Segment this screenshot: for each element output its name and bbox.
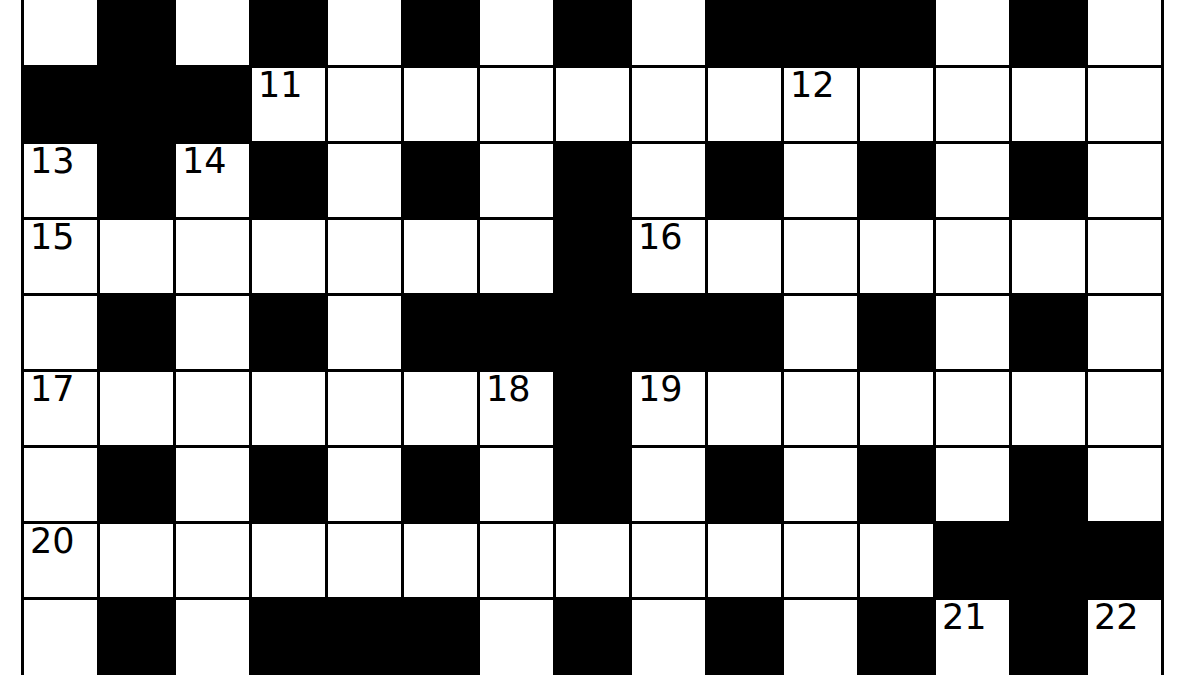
open-cell[interactable]: 22 xyxy=(1088,600,1161,675)
clue-number: 15 xyxy=(30,220,75,255)
open-cell[interactable]: 19 xyxy=(632,372,705,445)
block-cell xyxy=(404,600,477,675)
block-cell xyxy=(1012,0,1085,65)
block-cell xyxy=(708,448,781,521)
block-cell xyxy=(860,0,933,65)
open-cell[interactable] xyxy=(328,220,401,293)
open-cell[interactable] xyxy=(936,0,1009,65)
open-cell[interactable] xyxy=(784,296,857,369)
open-cell[interactable] xyxy=(632,448,705,521)
block-cell xyxy=(556,448,629,521)
clue-number: 14 xyxy=(182,144,227,179)
open-cell[interactable] xyxy=(328,68,401,141)
block-cell xyxy=(936,524,1009,597)
open-cell[interactable] xyxy=(1012,220,1085,293)
clue-number: 16 xyxy=(638,220,683,255)
open-cell[interactable] xyxy=(936,68,1009,141)
open-cell[interactable]: 21 xyxy=(936,600,1009,675)
open-cell[interactable]: 20 xyxy=(24,524,97,597)
open-cell[interactable] xyxy=(24,448,97,521)
clue-number: 22 xyxy=(1094,600,1139,635)
open-cell[interactable] xyxy=(176,448,249,521)
open-cell[interactable] xyxy=(480,144,553,217)
open-cell[interactable] xyxy=(404,220,477,293)
block-cell xyxy=(556,296,629,369)
block-cell xyxy=(252,600,325,675)
open-cell[interactable]: 13 xyxy=(24,144,97,217)
open-cell[interactable]: 18 xyxy=(480,372,553,445)
open-cell[interactable] xyxy=(176,524,249,597)
crossword-grid: 111213141516171819202122 xyxy=(21,0,1164,675)
open-cell[interactable] xyxy=(252,220,325,293)
open-cell[interactable]: 17 xyxy=(24,372,97,445)
open-cell[interactable] xyxy=(480,524,553,597)
clue-number: 20 xyxy=(30,524,75,559)
open-cell[interactable] xyxy=(860,68,933,141)
block-cell xyxy=(1012,600,1085,675)
open-cell[interactable] xyxy=(480,220,553,293)
block-cell xyxy=(100,0,173,65)
block-cell xyxy=(632,296,705,369)
block-cell xyxy=(1012,524,1085,597)
open-cell[interactable] xyxy=(632,68,705,141)
open-cell[interactable] xyxy=(632,600,705,675)
block-cell xyxy=(860,600,933,675)
clue-number: 19 xyxy=(638,372,683,407)
clue-number: 18 xyxy=(486,372,531,407)
block-cell xyxy=(404,0,477,65)
open-cell[interactable] xyxy=(936,372,1009,445)
clue-number: 17 xyxy=(30,372,75,407)
open-cell[interactable]: 14 xyxy=(176,144,249,217)
open-cell[interactable] xyxy=(860,524,933,597)
block-cell xyxy=(404,448,477,521)
open-cell[interactable] xyxy=(784,600,857,675)
open-cell[interactable] xyxy=(404,372,477,445)
open-cell[interactable] xyxy=(1088,448,1161,521)
open-cell[interactable] xyxy=(328,0,401,65)
open-cell[interactable] xyxy=(632,0,705,65)
block-cell xyxy=(860,448,933,521)
block-cell xyxy=(404,296,477,369)
open-cell[interactable]: 15 xyxy=(24,220,97,293)
open-cell[interactable] xyxy=(1012,68,1085,141)
block-cell xyxy=(708,144,781,217)
open-cell[interactable] xyxy=(480,68,553,141)
block-cell xyxy=(100,68,173,141)
open-cell[interactable] xyxy=(784,524,857,597)
open-cell[interactable] xyxy=(480,448,553,521)
open-cell[interactable] xyxy=(1088,220,1161,293)
open-cell[interactable] xyxy=(860,220,933,293)
open-cell[interactable] xyxy=(1088,0,1161,65)
open-cell[interactable] xyxy=(100,220,173,293)
open-cell[interactable]: 12 xyxy=(784,68,857,141)
open-cell[interactable] xyxy=(176,220,249,293)
block-cell xyxy=(1012,296,1085,369)
open-cell[interactable]: 16 xyxy=(632,220,705,293)
clue-number: 11 xyxy=(258,68,303,103)
block-cell xyxy=(784,0,857,65)
block-cell xyxy=(480,296,553,369)
open-cell[interactable] xyxy=(176,372,249,445)
open-cell[interactable] xyxy=(1088,296,1161,369)
open-cell[interactable] xyxy=(784,144,857,217)
open-cell[interactable] xyxy=(936,144,1009,217)
block-cell xyxy=(556,220,629,293)
block-cell xyxy=(556,600,629,675)
open-cell[interactable] xyxy=(632,144,705,217)
open-cell[interactable] xyxy=(708,68,781,141)
open-cell[interactable] xyxy=(100,372,173,445)
open-cell[interactable] xyxy=(480,600,553,675)
open-cell[interactable] xyxy=(936,296,1009,369)
open-cell[interactable] xyxy=(176,296,249,369)
open-cell[interactable] xyxy=(784,448,857,521)
open-cell[interactable] xyxy=(708,220,781,293)
block-cell xyxy=(1012,144,1085,217)
open-cell[interactable] xyxy=(556,68,629,141)
block-cell xyxy=(252,0,325,65)
block-cell xyxy=(252,144,325,217)
block-cell xyxy=(100,448,173,521)
open-cell[interactable] xyxy=(936,448,1009,521)
block-cell xyxy=(860,144,933,217)
open-cell[interactable] xyxy=(328,448,401,521)
crossword-page: 111213141516171819202122 xyxy=(0,0,1200,675)
open-cell[interactable] xyxy=(252,372,325,445)
block-cell xyxy=(176,68,249,141)
block-cell xyxy=(556,0,629,65)
block-cell xyxy=(24,68,97,141)
open-cell[interactable] xyxy=(176,0,249,65)
open-cell[interactable] xyxy=(1088,372,1161,445)
open-cell[interactable] xyxy=(252,524,325,597)
block-cell xyxy=(708,600,781,675)
clue-number: 12 xyxy=(790,68,835,103)
open-cell[interactable] xyxy=(556,524,629,597)
block-cell xyxy=(100,296,173,369)
block-cell xyxy=(328,600,401,675)
open-cell[interactable] xyxy=(632,524,705,597)
open-cell[interactable] xyxy=(936,220,1009,293)
block-cell xyxy=(252,448,325,521)
open-cell[interactable] xyxy=(176,600,249,675)
open-cell[interactable] xyxy=(328,372,401,445)
open-cell[interactable] xyxy=(784,372,857,445)
block-cell xyxy=(708,0,781,65)
block-cell xyxy=(100,600,173,675)
open-cell[interactable] xyxy=(860,372,933,445)
open-cell[interactable] xyxy=(708,372,781,445)
open-cell[interactable] xyxy=(404,524,477,597)
clue-number: 21 xyxy=(942,600,987,635)
block-cell xyxy=(708,296,781,369)
block-cell xyxy=(100,144,173,217)
open-cell[interactable] xyxy=(1088,144,1161,217)
open-cell[interactable] xyxy=(708,524,781,597)
clue-number: 13 xyxy=(30,144,75,179)
block-cell xyxy=(404,144,477,217)
block-cell xyxy=(556,144,629,217)
block-cell xyxy=(860,296,933,369)
block-cell xyxy=(556,372,629,445)
open-cell[interactable]: 11 xyxy=(252,68,325,141)
open-cell[interactable] xyxy=(480,0,553,65)
open-cell[interactable] xyxy=(328,524,401,597)
open-cell[interactable] xyxy=(404,68,477,141)
open-cell[interactable] xyxy=(24,0,97,65)
open-cell[interactable] xyxy=(328,144,401,217)
open-cell[interactable] xyxy=(24,600,97,675)
open-cell[interactable] xyxy=(100,524,173,597)
open-cell[interactable] xyxy=(328,296,401,369)
block-cell xyxy=(1012,448,1085,521)
open-cell[interactable] xyxy=(1012,372,1085,445)
block-cell xyxy=(1088,524,1161,597)
open-cell[interactable] xyxy=(1088,68,1161,141)
open-cell[interactable] xyxy=(784,220,857,293)
block-cell xyxy=(252,296,325,369)
open-cell[interactable] xyxy=(24,296,97,369)
